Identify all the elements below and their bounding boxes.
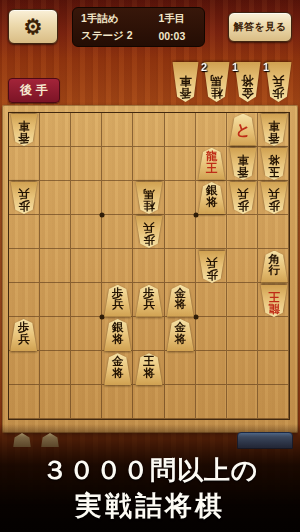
stage-label: ステージ 2 bbox=[81, 29, 148, 43]
board-square[interactable] bbox=[9, 385, 40, 419]
gote-captured-tray[interactable]: 香車桂馬2金将1歩兵1 bbox=[172, 62, 296, 104]
shogi-piece-と[interactable]: と bbox=[229, 114, 257, 146]
hand-piece-count: 1 bbox=[232, 61, 238, 73]
shogi-piece-歩兵[interactable]: 歩兵 bbox=[10, 182, 38, 214]
shogi-piece-歩兵[interactable]: 歩兵 bbox=[135, 285, 163, 317]
shogi-piece-龍王[interactable]: 龍王 bbox=[260, 285, 288, 317]
board-square[interactable] bbox=[196, 113, 227, 147]
board-square[interactable] bbox=[9, 147, 40, 181]
board-square[interactable] bbox=[227, 317, 258, 351]
board-square[interactable] bbox=[71, 351, 102, 385]
promo-line-1: ３０００問以上の bbox=[0, 453, 300, 488]
board-square[interactable] bbox=[258, 351, 289, 385]
board-square[interactable] bbox=[165, 385, 196, 419]
board-square[interactable] bbox=[40, 113, 71, 147]
shogi-piece-歩兵[interactable]: 歩兵 bbox=[229, 182, 257, 214]
board-square[interactable] bbox=[9, 351, 40, 385]
board-square[interactable] bbox=[165, 181, 196, 215]
board-square[interactable] bbox=[40, 181, 71, 215]
shogi-piece-歩兵[interactable]: 歩兵 bbox=[135, 216, 163, 248]
board-square[interactable] bbox=[196, 283, 227, 317]
board-square[interactable] bbox=[102, 385, 133, 419]
promo-line-2: 実戦詰将棋 bbox=[0, 488, 300, 524]
board-square[interactable] bbox=[227, 283, 258, 317]
board-square[interactable] bbox=[40, 317, 71, 351]
board-square[interactable] bbox=[165, 351, 196, 385]
shogi-piece-香車[interactable]: 香車 bbox=[229, 148, 257, 180]
gote-hand-piece-歩兵[interactable]: 歩兵1 bbox=[265, 62, 292, 102]
shogi-piece-香車[interactable]: 香車 bbox=[260, 114, 288, 146]
board-square[interactable] bbox=[258, 317, 289, 351]
gote-hand-piece-香車[interactable]: 香車 bbox=[172, 62, 199, 102]
board-square[interactable] bbox=[102, 181, 133, 215]
shogi-piece-銀将[interactable]: 銀将 bbox=[198, 182, 226, 214]
board-square[interactable] bbox=[196, 215, 227, 249]
shogi-piece-歩兵[interactable]: 歩兵 bbox=[198, 251, 226, 283]
move-counter-label: 1手目 bbox=[148, 12, 196, 26]
board-square[interactable] bbox=[165, 113, 196, 147]
board-square[interactable] bbox=[165, 249, 196, 283]
shogi-piece-歩兵[interactable]: 歩兵 bbox=[10, 319, 38, 351]
board-square[interactable] bbox=[71, 215, 102, 249]
board-square[interactable] bbox=[71, 249, 102, 283]
board-square[interactable] bbox=[71, 385, 102, 419]
shogi-piece-金将[interactable]: 金将 bbox=[166, 319, 194, 351]
settings-button[interactable]: ⚙ bbox=[8, 9, 58, 44]
board-square[interactable] bbox=[40, 385, 71, 419]
board-square[interactable] bbox=[102, 249, 133, 283]
board-square[interactable] bbox=[227, 215, 258, 249]
shogi-piece-角行[interactable]: 角行 bbox=[260, 251, 288, 283]
promo-banner: ３０００問以上の 実戦詰将棋 bbox=[0, 424, 300, 532]
board-square[interactable] bbox=[40, 283, 71, 317]
board-square[interactable] bbox=[133, 317, 164, 351]
gote-hand-piece-桂馬[interactable]: 桂馬2 bbox=[203, 62, 230, 102]
board-square[interactable] bbox=[165, 147, 196, 181]
board-square[interactable] bbox=[40, 249, 71, 283]
puzzle-type-label: 1手詰め bbox=[81, 12, 148, 26]
board-square[interactable] bbox=[102, 113, 133, 147]
board-square[interactable] bbox=[133, 147, 164, 181]
board-square[interactable] bbox=[40, 351, 71, 385]
gear-icon: ⚙ bbox=[24, 15, 43, 39]
gote-hand-piece-金将[interactable]: 金将1 bbox=[234, 62, 261, 102]
shogi-piece-歩兵[interactable]: 歩兵 bbox=[260, 182, 288, 214]
board-square[interactable] bbox=[71, 113, 102, 147]
board-square[interactable] bbox=[227, 249, 258, 283]
shogi-piece-金将[interactable]: 金将 bbox=[166, 285, 194, 317]
board-square[interactable] bbox=[9, 249, 40, 283]
board-square[interactable] bbox=[102, 147, 133, 181]
shogi-piece-玉将[interactable]: 玉将 bbox=[260, 148, 288, 180]
hand-piece-count: 1 bbox=[263, 61, 269, 73]
board-square[interactable] bbox=[71, 317, 102, 351]
board-square[interactable] bbox=[133, 113, 164, 147]
puzzle-info-panel: 1手詰め 1手目 ステージ 2 00:03 bbox=[72, 7, 205, 47]
board-square[interactable] bbox=[258, 385, 289, 419]
app-screen: ⚙ 1手詰め 1手目 ステージ 2 00:03 解答を見る 後手 香車桂馬2金将… bbox=[0, 0, 300, 532]
board-square[interactable] bbox=[9, 283, 40, 317]
board-square[interactable] bbox=[71, 181, 102, 215]
board-square[interactable] bbox=[196, 351, 227, 385]
board-square[interactable] bbox=[196, 317, 227, 351]
board-square[interactable] bbox=[133, 249, 164, 283]
board-square[interactable] bbox=[40, 215, 71, 249]
board-square[interactable] bbox=[227, 351, 258, 385]
board-square[interactable] bbox=[258, 215, 289, 249]
board-square[interactable] bbox=[196, 385, 227, 419]
hoshi-dot bbox=[100, 212, 105, 217]
board-square[interactable] bbox=[71, 147, 102, 181]
shogi-piece-歩兵[interactable]: 歩兵 bbox=[104, 285, 132, 317]
board-square[interactable] bbox=[71, 283, 102, 317]
board-square[interactable] bbox=[227, 385, 258, 419]
shogi-piece-銀将[interactable]: 銀将 bbox=[104, 319, 132, 351]
board-square[interactable] bbox=[165, 215, 196, 249]
board-square[interactable] bbox=[102, 215, 133, 249]
gote-side-badge: 後手 bbox=[8, 78, 60, 103]
shogi-piece-香車[interactable]: 香車 bbox=[10, 114, 38, 146]
shogi-piece-王将[interactable]: 王将 bbox=[135, 353, 163, 385]
hand-piece-count: 2 bbox=[201, 61, 207, 73]
board-square[interactable] bbox=[9, 215, 40, 249]
show-answer-button[interactable]: 解答を見る bbox=[228, 12, 292, 42]
board-square[interactable] bbox=[40, 147, 71, 181]
shogi-piece-龍王[interactable]: 龍王 bbox=[198, 148, 226, 180]
shogi-piece-桂馬[interactable]: 桂馬 bbox=[135, 182, 163, 214]
shogi-piece-金将[interactable]: 金将 bbox=[104, 353, 132, 385]
board-square[interactable] bbox=[133, 385, 164, 419]
timer-label: 00:03 bbox=[148, 30, 196, 42]
